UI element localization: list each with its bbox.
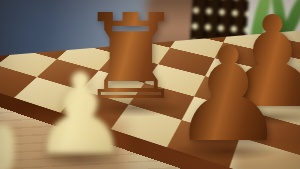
white-pawn-foreground-piece: ♟ bbox=[30, 58, 130, 169]
partial-white-piece-edge bbox=[0, 124, 14, 169]
black-pawn-near-piece: ♟ bbox=[170, 30, 287, 160]
chess-photo-scene: ♜ ♟ ♟ ♟ bbox=[0, 0, 300, 169]
